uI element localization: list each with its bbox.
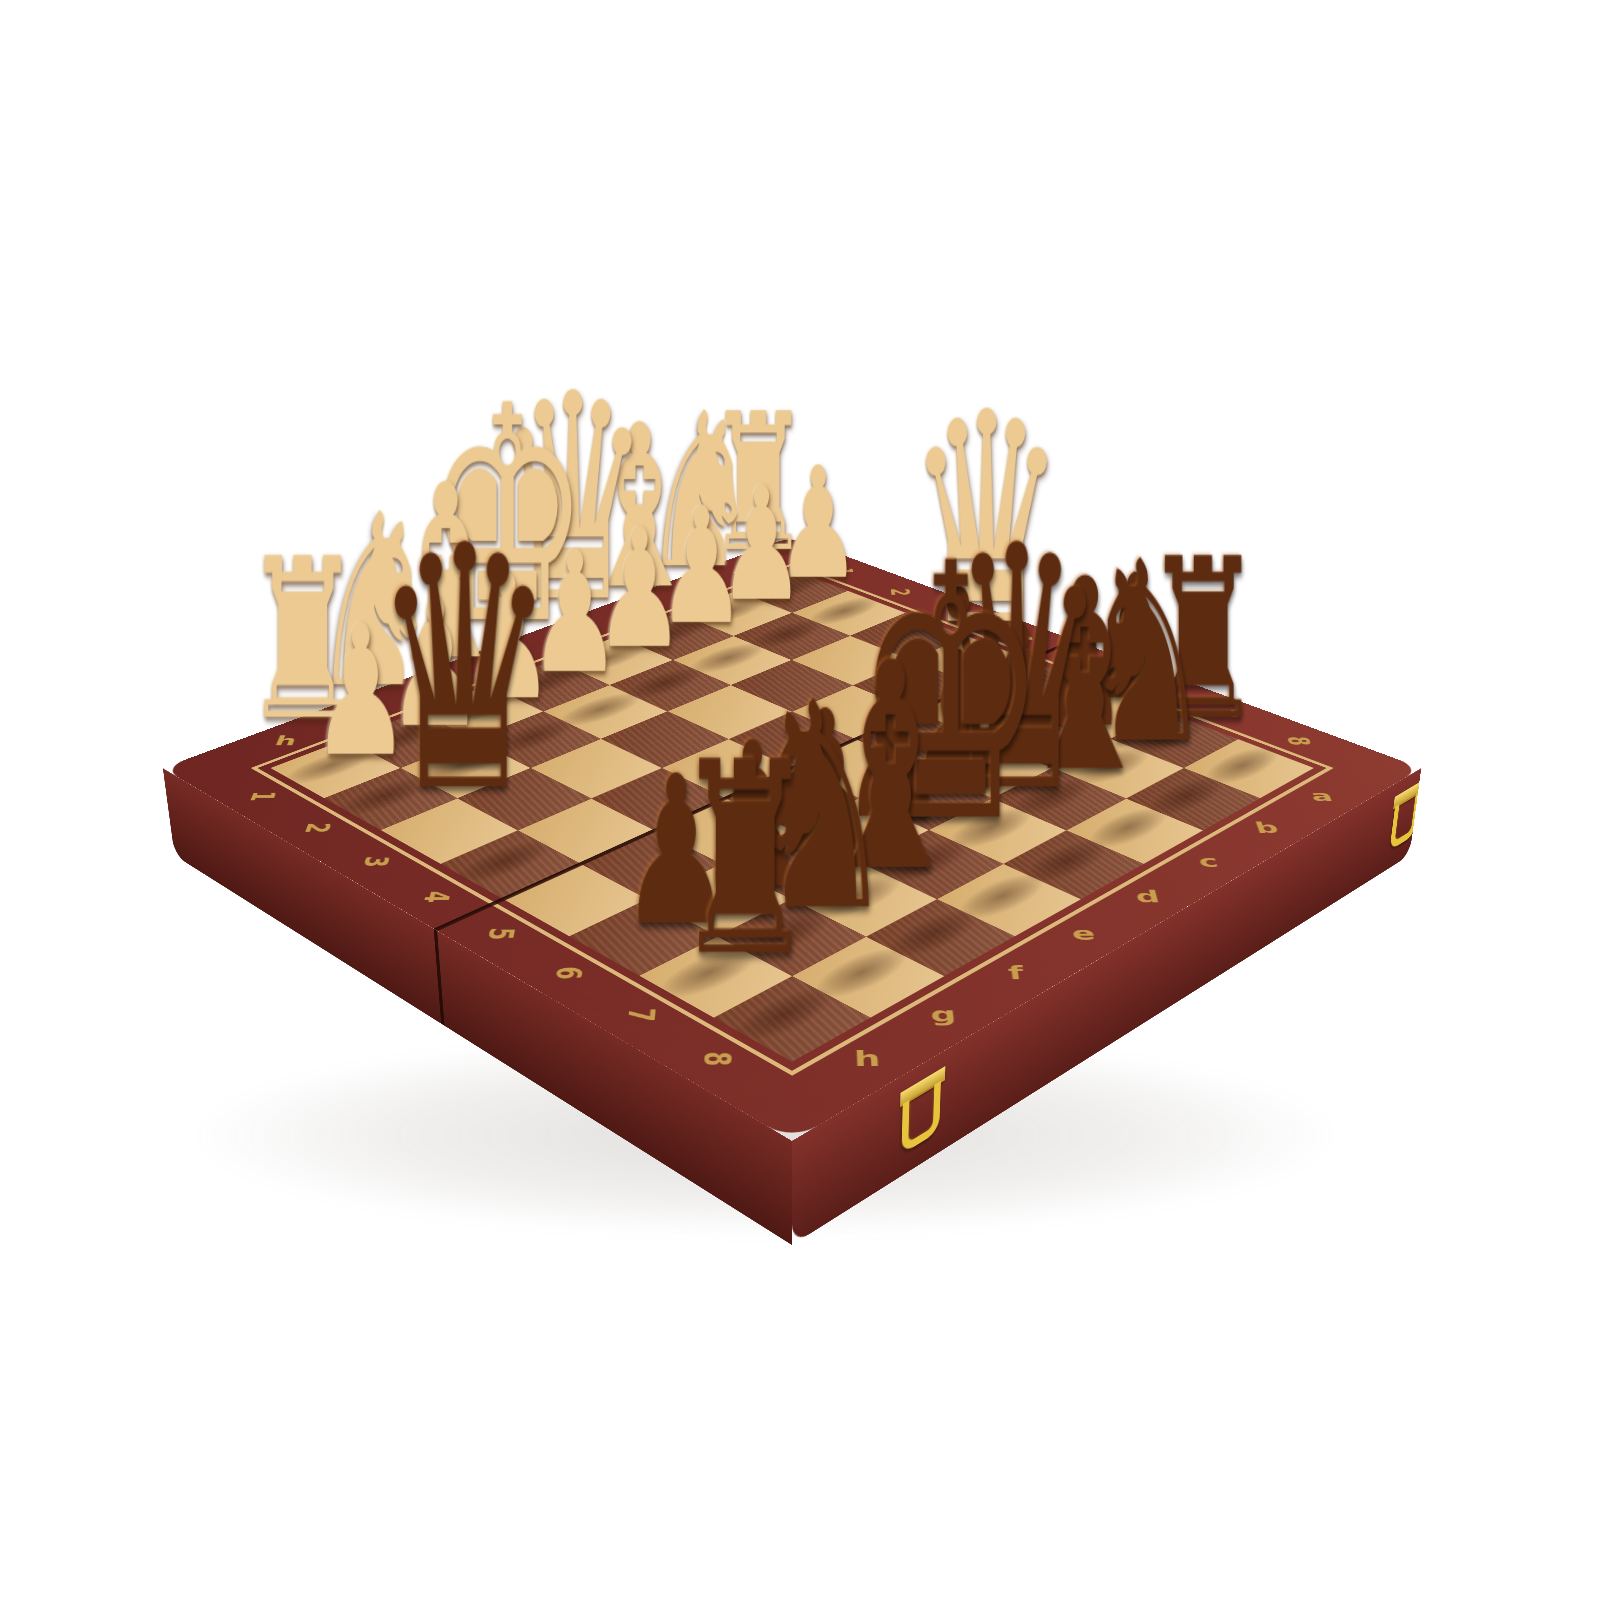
file-label-b-rank8-edge: b (1242, 818, 1291, 838)
piece-white-rook-a1: ♜ (678, 388, 838, 578)
file-label-b-rank1-edge: b (666, 586, 702, 599)
rank-label-3-h-edge: 3 (350, 851, 400, 872)
rank-label-5-a-edge: 5 (1066, 654, 1107, 669)
brass-latch-icon (901, 1067, 943, 1158)
piece-white-king-e1: ♚ (420, 368, 594, 666)
rank-label-8-h-edge: 8 (691, 1045, 742, 1073)
rank-label-6-a-edge: 6 (1133, 679, 1175, 695)
piece-white-pawn-e2: ♟ (485, 529, 664, 697)
rank-label-8-a-edge: 8 (1275, 732, 1321, 749)
rank-label-3-a-edge: 3 (941, 607, 978, 621)
file-label-g-rank8-edge: g (919, 1002, 970, 1028)
rank-label-7-a-edge: 7 (1202, 705, 1246, 722)
file-label-e-rank8-edge: e (1059, 922, 1109, 945)
rank-label-2-a-edge: 2 (882, 586, 918, 599)
file-label-e-rank1-edge: e (478, 654, 519, 669)
stage: 1122334455667788aabbccddeeffgghh♜♞♝♛♚♝♞♜… (0, 0, 1600, 1600)
piece-white-queen-d1: ♛ (487, 357, 657, 642)
file-label-a-rank8-edge: a (1297, 787, 1346, 806)
rank-label-4-h-edge: 4 (411, 886, 461, 908)
file-label-c-rank1-edge: c (606, 607, 643, 621)
rank-label-1-a-edge: 1 (826, 565, 860, 578)
rank-label-4-a-edge: 4 (1002, 630, 1041, 644)
file-label-g-rank1-edge: g (337, 705, 381, 722)
brass-latch-icon (1389, 780, 1423, 854)
file-label-a-rank1-edge: a (724, 565, 758, 578)
file-label-f-rank1-edge: f (409, 679, 451, 695)
file-label-c-rank8-edge: c (1184, 851, 1234, 872)
piece-white-bishop-f1: ♝ (356, 454, 535, 694)
file-label-h-rank1-edge: h (262, 732, 308, 749)
rank-label-6-h-edge: 6 (543, 961, 594, 986)
file-label-d-rank8-edge: d (1123, 886, 1173, 908)
rank-label-5-h-edge: 5 (475, 922, 525, 945)
file-label-f-rank8-edge: f (991, 961, 1042, 986)
rank-label-1-h-edge: 1 (238, 787, 287, 806)
rank-label-2-h-edge: 2 (292, 818, 341, 838)
file-label-d-rank1-edge: d (543, 630, 582, 644)
file-label-h-rank8-edge: h (842, 1045, 893, 1073)
rank-label-7-h-edge: 7 (615, 1002, 666, 1028)
fold-seam-side (434, 929, 445, 1026)
